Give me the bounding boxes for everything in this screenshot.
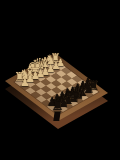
chess-set-photo: ♜♞♝♛♚♝♞♜♟♟♟♟♟♟♟♟♟♟♟♟♟♟♟♟♜♞♝♛♚♝♞♜	[0, 0, 120, 160]
photo-background: ♜♞♝♛♚♝♞♜♟♟♟♟♟♟♟♟♟♟♟♟♟♟♟♟♜♞♝♛♚♝♞♜	[0, 0, 120, 160]
